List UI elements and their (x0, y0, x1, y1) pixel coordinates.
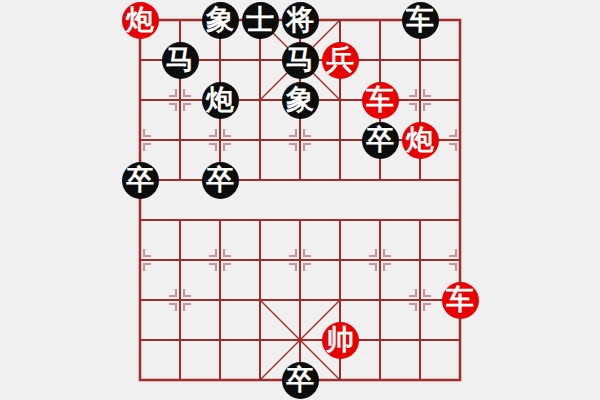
board-point-4-9: 卒 (280, 360, 320, 400)
piece-black-elephant[interactable]: 象 (202, 2, 239, 39)
piece-black-soldier[interactable]: 卒 (122, 162, 159, 199)
piece-black-general[interactable]: 将 (282, 2, 319, 39)
piece-red-cannon[interactable]: 炮 (402, 122, 439, 159)
board-point-6-2: 车 (360, 80, 400, 120)
piece-red-chariot[interactable]: 车 (442, 282, 479, 319)
board-point-5-1: 兵 (320, 40, 360, 80)
piece-black-soldier[interactable]: 卒 (282, 362, 319, 399)
piece-black-cannon[interactable]: 炮 (202, 82, 239, 119)
board-point-2-2: 炮 (200, 80, 240, 120)
board-point-4-2: 象 (280, 80, 320, 120)
piece-red-cannon[interactable]: 炮 (122, 2, 159, 39)
piece-black-soldier[interactable]: 卒 (202, 162, 239, 199)
board-point-7-0: 车 (400, 0, 440, 40)
board-point-0-4: 卒 (120, 160, 160, 200)
board-point-6-3: 卒 (360, 120, 400, 160)
piece-black-horse[interactable]: 马 (282, 42, 319, 79)
piece-grid: 炮象士将车马马兵炮象车卒炮卒卒车帅卒 (120, 0, 480, 400)
board-point-1-1: 马 (160, 40, 200, 80)
piece-red-chariot[interactable]: 车 (362, 82, 399, 119)
board-point-2-0: 象 (200, 0, 240, 40)
piece-black-horse[interactable]: 马 (162, 42, 199, 79)
piece-black-advisor[interactable]: 士 (242, 2, 279, 39)
xiangqi-board: 炮象士将车马马兵炮象车卒炮卒卒车帅卒 (0, 0, 600, 400)
piece-black-elephant[interactable]: 象 (282, 82, 319, 119)
piece-red-soldier[interactable]: 兵 (322, 42, 359, 79)
piece-red-general[interactable]: 帅 (322, 322, 359, 359)
board-point-3-0: 士 (240, 0, 280, 40)
board-point-5-8: 帅 (320, 320, 360, 360)
board-point-7-3: 炮 (400, 120, 440, 160)
board-point-4-1: 马 (280, 40, 320, 80)
piece-black-chariot[interactable]: 车 (402, 2, 439, 39)
board-point-2-4: 卒 (200, 160, 240, 200)
board-point-8-7: 车 (440, 280, 480, 320)
board-point-0-0: 炮 (120, 0, 160, 40)
piece-black-soldier[interactable]: 卒 (362, 122, 399, 159)
board-point-4-0: 将 (280, 0, 320, 40)
